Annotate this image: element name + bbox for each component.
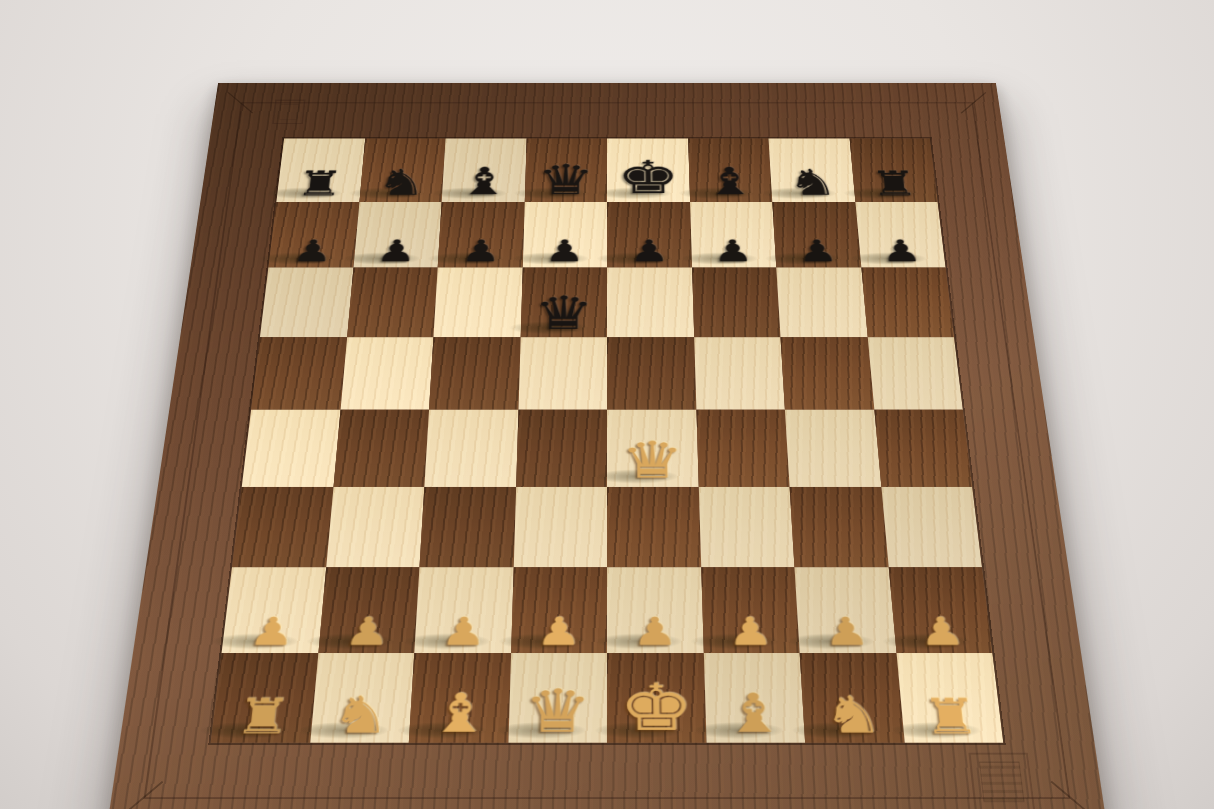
square-e8[interactable]: ♚ — [607, 138, 690, 201]
square-f6[interactable] — [692, 267, 781, 336]
square-g1[interactable]: ♞ — [800, 652, 905, 742]
square-c4[interactable] — [424, 409, 518, 486]
black-pawn-d7[interactable]: ♟ — [544, 236, 585, 266]
square-f4[interactable] — [696, 409, 790, 486]
chessboard-grid: ♜♞♝♛♚♝♞♜♟♟♟♟♟♟♟♟♛♛♟♟♟♟♟♟♟♟♜♞♝♛♚♝♞♜ — [211, 138, 1004, 742]
square-d2[interactable]: ♟ — [511, 567, 607, 652]
square-e4[interactable]: ♛ — [607, 409, 698, 486]
square-e2[interactable]: ♟ — [607, 567, 703, 652]
square-e5[interactable] — [607, 336, 696, 409]
black-pawn-f7[interactable]: ♟ — [712, 236, 754, 266]
square-b4[interactable] — [333, 409, 429, 486]
square-a1[interactable]: ♜ — [211, 652, 318, 742]
frame-emblem-top-left — [272, 99, 306, 124]
black-bishop-c8[interactable]: ♝ — [457, 162, 511, 200]
square-d4[interactable] — [516, 409, 607, 486]
square-g4[interactable] — [785, 409, 881, 486]
square-e1[interactable]: ♚ — [607, 652, 706, 742]
white-pawn-a2[interactable]: ♟ — [247, 611, 297, 650]
square-h6[interactable] — [861, 267, 954, 336]
white-queen-d1[interactable]: ♛ — [523, 681, 593, 741]
black-knight-b8[interactable]: ♞ — [376, 164, 428, 200]
square-a4[interactable] — [242, 409, 340, 486]
square-f5[interactable] — [694, 336, 785, 409]
square-h7[interactable]: ♟ — [855, 201, 946, 267]
white-pawn-f2[interactable]: ♟ — [727, 611, 775, 650]
square-f8[interactable]: ♝ — [688, 138, 773, 201]
black-rook-h8[interactable]: ♜ — [869, 165, 920, 199]
square-a6[interactable] — [260, 267, 353, 336]
square-b7[interactable]: ♟ — [353, 201, 442, 267]
frame-miter-joint-top-left — [227, 91, 253, 113]
black-pawn-c7[interactable]: ♟ — [460, 236, 502, 266]
square-g2[interactable]: ♟ — [795, 567, 897, 652]
square-b1[interactable]: ♞ — [310, 652, 415, 742]
white-pawn-h2[interactable]: ♟ — [917, 611, 967, 650]
square-b2[interactable]: ♟ — [318, 567, 420, 652]
square-c8[interactable]: ♝ — [442, 138, 527, 201]
square-d3[interactable] — [513, 486, 607, 567]
frame-miter-joint-bottom-right — [1050, 780, 1091, 809]
white-rook-a1[interactable]: ♜ — [232, 691, 294, 740]
black-pawn-g7[interactable]: ♟ — [796, 236, 839, 266]
board-photo-scene: ♜♞♝♛♚♝♞♜♟♟♟♟♟♟♟♟♛♛♟♟♟♟♟♟♟♟♜♞♝♛♚♝♞♜ — [0, 0, 1214, 809]
square-d1[interactable]: ♛ — [508, 652, 607, 742]
square-h3[interactable] — [881, 486, 982, 567]
white-rook-h1[interactable]: ♜ — [920, 691, 982, 740]
square-d7[interactable]: ♟ — [522, 201, 607, 267]
square-a8[interactable]: ♜ — [276, 138, 364, 201]
square-c3[interactable] — [419, 486, 515, 567]
black-knight-g8[interactable]: ♞ — [786, 164, 838, 200]
square-a3[interactable] — [232, 486, 333, 567]
black-queen-d8[interactable]: ♛ — [537, 158, 595, 200]
black-pawn-e7[interactable]: ♟ — [629, 236, 670, 266]
square-h5[interactable] — [867, 336, 963, 409]
white-pawn-e2[interactable]: ♟ — [632, 611, 678, 650]
square-e7[interactable]: ♟ — [607, 201, 692, 267]
square-b6[interactable] — [347, 267, 438, 336]
white-queen-e4[interactable]: ♛ — [620, 434, 684, 485]
black-pawn-a7[interactable]: ♟ — [291, 236, 335, 266]
black-king-e8[interactable]: ♚ — [616, 154, 680, 199]
square-c5[interactable] — [429, 336, 520, 409]
board-frame: ♜♞♝♛♚♝♞♜♟♟♟♟♟♟♟♟♛♛♟♟♟♟♟♟♟♟♜♞♝♛♚♝♞♜ — [106, 83, 1107, 809]
square-b5[interactable] — [340, 336, 433, 409]
square-a2[interactable]: ♟ — [222, 567, 326, 652]
white-pawn-d2[interactable]: ♟ — [536, 611, 582, 650]
square-g8[interactable]: ♞ — [768, 138, 854, 201]
frame-miter-joint-top-right — [961, 91, 987, 113]
square-f2[interactable]: ♟ — [701, 567, 800, 652]
square-g6[interactable] — [776, 267, 867, 336]
square-e3[interactable] — [607, 486, 701, 567]
square-d5[interactable] — [518, 336, 607, 409]
square-g3[interactable] — [790, 486, 889, 567]
black-queen-d6[interactable]: ♛ — [533, 289, 594, 335]
white-knight-g1[interactable]: ♞ — [821, 689, 884, 740]
square-h4[interactable] — [874, 409, 972, 486]
white-pawn-g2[interactable]: ♟ — [822, 611, 871, 650]
square-f7[interactable]: ♟ — [690, 201, 777, 267]
white-pawn-c2[interactable]: ♟ — [439, 611, 487, 650]
square-h8[interactable]: ♜ — [849, 138, 937, 201]
black-pawn-h7[interactable]: ♟ — [880, 236, 924, 266]
square-a5[interactable] — [251, 336, 347, 409]
square-f1[interactable]: ♝ — [703, 652, 805, 742]
frame-miter-joint-bottom-left — [123, 780, 164, 809]
frame-emblem-bottom-right — [968, 752, 1035, 809]
square-d8[interactable]: ♛ — [524, 138, 607, 201]
square-h2[interactable]: ♟ — [888, 567, 992, 652]
square-h1[interactable]: ♜ — [896, 652, 1003, 742]
square-c1[interactable]: ♝ — [409, 652, 511, 742]
square-c7[interactable]: ♟ — [438, 201, 525, 267]
white-bishop-c1[interactable]: ♝ — [427, 686, 492, 740]
square-c2[interactable]: ♟ — [414, 567, 513, 652]
square-b3[interactable] — [326, 486, 425, 567]
black-bishop-f8[interactable]: ♝ — [703, 162, 757, 200]
square-e6[interactable] — [607, 267, 694, 336]
board-perspective-wrapper: ♜♞♝♛♚♝♞♜♟♟♟♟♟♟♟♟♛♛♟♟♟♟♟♟♟♟♜♞♝♛♚♝♞♜ — [106, 83, 1107, 809]
white-bishop-f1[interactable]: ♝ — [722, 686, 787, 740]
square-d6[interactable]: ♛ — [520, 267, 607, 336]
square-g5[interactable] — [781, 336, 874, 409]
white-king-e1[interactable]: ♚ — [618, 675, 694, 740]
white-knight-b1[interactable]: ♞ — [330, 689, 393, 740]
black-rook-a8[interactable]: ♜ — [294, 165, 345, 199]
black-pawn-b7[interactable]: ♟ — [375, 236, 418, 266]
square-c6[interactable] — [433, 267, 522, 336]
square-g7[interactable]: ♟ — [772, 201, 861, 267]
square-b8[interactable]: ♞ — [359, 138, 445, 201]
square-f3[interactable] — [698, 486, 794, 567]
square-a7[interactable]: ♟ — [268, 201, 359, 267]
white-pawn-b2[interactable]: ♟ — [343, 611, 392, 650]
